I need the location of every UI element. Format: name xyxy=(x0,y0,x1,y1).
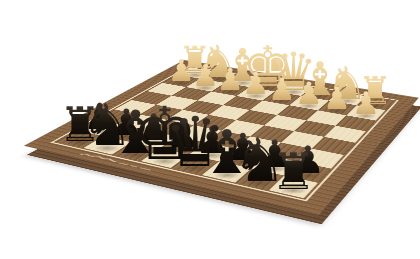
board-squares xyxy=(57,67,395,198)
board-frame xyxy=(24,60,419,215)
board-3d-stack xyxy=(0,0,420,259)
product-photo-stage: ♜♞♟♝♟♚♟♛♟♝♟♞♟♜♟♟♟♟♜♟♞♟♝♟♚♟♛♟♝♟♞♜ xyxy=(0,0,420,259)
